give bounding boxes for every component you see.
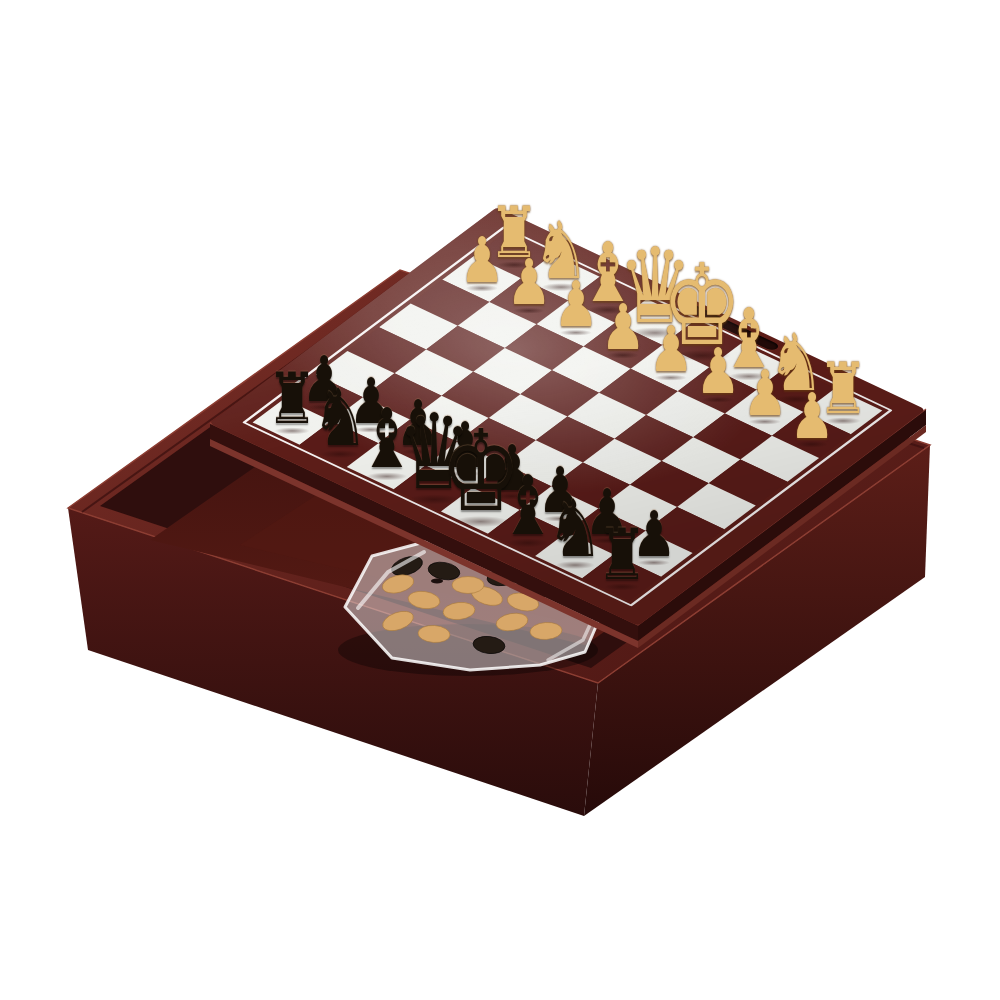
product-photo-chess-box: ♜♞♝♛♚♝♞♜♟♟♟♟♟♟♟♟♟♟♟♟♟♟♟♟♜♞♝♛♚♝♞♜ xyxy=(0,0,1000,1000)
piece-black-rook-a8[interactable]: ♜ xyxy=(267,364,318,435)
piece-white-pawn-f2[interactable]: ♟ xyxy=(695,340,740,403)
piece-white-pawn-a2[interactable]: ♟ xyxy=(460,228,505,291)
piece-black-rook-h8[interactable]: ♜ xyxy=(597,520,648,591)
bag-hang-hole xyxy=(431,578,443,583)
piece-white-pawn-h2[interactable]: ♟ xyxy=(789,384,834,447)
piece-white-pawn-b2[interactable]: ♟ xyxy=(507,251,552,314)
light-checker-disc xyxy=(452,577,484,594)
piece-white-pawn-g2[interactable]: ♟ xyxy=(742,362,787,425)
piece-white-pawn-d2[interactable]: ♟ xyxy=(601,295,646,358)
piece-black-knight-g8[interactable]: ♞ xyxy=(547,490,604,569)
piece-white-pawn-c2[interactable]: ♟ xyxy=(554,273,599,336)
piece-white-pawn-e2[interactable]: ♟ xyxy=(648,317,693,380)
